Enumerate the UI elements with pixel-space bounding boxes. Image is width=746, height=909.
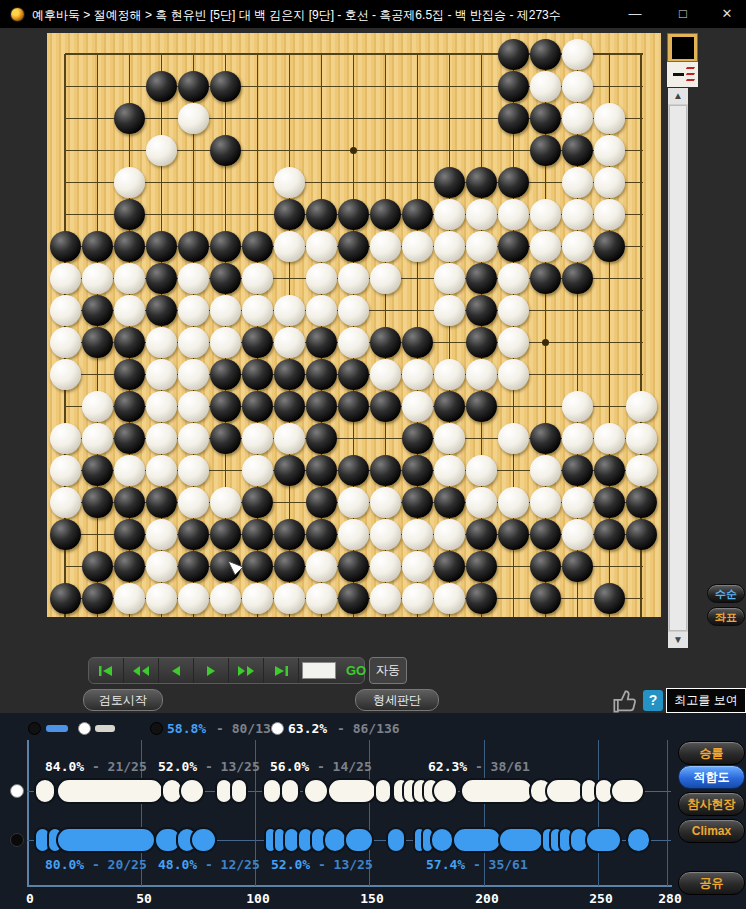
maximize-button[interactable]: □ [668, 4, 698, 24]
blue-move-capsule [498, 827, 544, 853]
black-stone [242, 487, 273, 518]
black-stone [402, 487, 433, 518]
black-stone [594, 583, 625, 614]
white-stone [562, 519, 593, 550]
black-stone [402, 423, 433, 454]
black-stone [82, 487, 113, 518]
black-stone [178, 71, 209, 102]
section-stat-label: 48.0% - 12/25 [158, 857, 260, 872]
board-scrollbar[interactable]: ▲ ▼ [668, 88, 688, 648]
white-stone [114, 263, 145, 294]
white-stone [402, 551, 433, 582]
white-stone [146, 327, 177, 358]
white-stone [466, 231, 497, 262]
white-stone [466, 487, 497, 518]
white-stone [50, 359, 81, 390]
first-move-button[interactable] [89, 658, 124, 683]
white-stone [114, 167, 145, 198]
black-stone [594, 519, 625, 550]
x-axis [27, 885, 672, 887]
black-stone [210, 135, 241, 166]
white-stone [50, 455, 81, 486]
white-move-capsule [34, 778, 56, 804]
black-stone [242, 359, 273, 390]
white-stone [114, 295, 145, 326]
turn-indicator [667, 33, 698, 62]
black-stone [306, 487, 337, 518]
black-stone [242, 391, 273, 422]
white-overall-frac: - 86/136 [337, 721, 400, 736]
black-stone [338, 391, 369, 422]
white-stone [146, 583, 177, 614]
black-stone [114, 391, 145, 422]
black-stone [210, 423, 241, 454]
white-stone [82, 263, 113, 294]
black-stone [402, 455, 433, 486]
white-stone [82, 391, 113, 422]
black-stone [178, 231, 209, 262]
section-stat-label: 80.0% - 20/25 [45, 857, 147, 872]
white-stone [594, 167, 625, 198]
scroll-up-icon[interactable]: ▲ [668, 88, 688, 104]
black-stone [114, 487, 145, 518]
black-stone [530, 103, 561, 134]
white-move-capsule [432, 778, 458, 804]
black-stone [306, 455, 337, 486]
black-stone [466, 295, 497, 326]
white-stone [434, 423, 465, 454]
black-stone [370, 199, 401, 230]
white-stone [50, 263, 81, 294]
black-overall-pct: 58.8% [167, 721, 206, 736]
white-stone [274, 167, 305, 198]
black-stone [370, 455, 401, 486]
black-stone [114, 519, 145, 550]
white-stone [498, 359, 529, 390]
white-stone [210, 295, 241, 326]
black-stone [626, 487, 657, 518]
black-stone [146, 231, 177, 262]
black-stone [370, 327, 401, 358]
white-stone [338, 295, 369, 326]
white-stone [274, 295, 305, 326]
black-stone [498, 167, 529, 198]
white-stone [562, 39, 593, 70]
star-point [542, 339, 549, 346]
white-stone [146, 423, 177, 454]
white-stone [498, 487, 529, 518]
position-judgment-button[interactable]: 형세판단 [355, 689, 439, 711]
x-tick-label: 200 [475, 891, 498, 906]
black-stone [338, 583, 369, 614]
section-stat-label: 52.0% - 13/25 [158, 759, 260, 774]
section-stat-label: 62.3% - 38/61 [428, 759, 530, 774]
help-button[interactable]: ? [643, 690, 663, 711]
blue-move-capsule [344, 827, 374, 853]
black-stone [210, 231, 241, 262]
white-stone [370, 583, 401, 614]
black-stone [466, 519, 497, 550]
white-stone [242, 583, 273, 614]
black-stone [82, 231, 113, 262]
blue-move-capsule [626, 827, 651, 853]
white-move-capsule [179, 778, 205, 804]
black-stone [498, 231, 529, 262]
white-stone [178, 391, 209, 422]
white-stone [562, 423, 593, 454]
chart-tab-scene[interactable]: 참사현장 [678, 792, 745, 816]
white-stone [498, 199, 529, 230]
white-stone [562, 71, 593, 102]
black-stone [338, 231, 369, 262]
chart-gridline [667, 740, 668, 886]
white-stone [178, 295, 209, 326]
black-stone [498, 39, 529, 70]
black-stone [146, 295, 177, 326]
white-stone [178, 263, 209, 294]
chart-tab-winrate[interactable]: 승률 [678, 741, 745, 765]
white-stone [434, 295, 465, 326]
white-stone [274, 231, 305, 262]
white-stone [338, 263, 369, 294]
white-stone [402, 231, 433, 262]
auto-play-button[interactable]: 자동 [369, 657, 407, 684]
white-stone [146, 455, 177, 486]
black-stone [434, 391, 465, 422]
white-stone [402, 359, 433, 390]
move-numbers-button[interactable]: 수순 [707, 584, 745, 603]
chart-gridline [598, 740, 599, 886]
white-stone [530, 455, 561, 486]
white-stone [562, 391, 593, 422]
white-legend-dot [271, 722, 284, 735]
window-title: 예후바둑 > 절예정해 > 흑 현유빈 [5단] 대 백 김은지 [9단] - … [32, 7, 561, 24]
black-stone [466, 391, 497, 422]
move-number-input[interactable] [302, 662, 336, 679]
white-stone [594, 135, 625, 166]
white-stone [242, 295, 273, 326]
black-stone [274, 455, 305, 486]
black-stone [338, 551, 369, 582]
black-stone [466, 327, 497, 358]
forward-button[interactable] [194, 658, 229, 683]
black-stone [114, 199, 145, 230]
white-overall-pct: 63.2% [288, 721, 327, 736]
white-stone [242, 263, 273, 294]
x-tick-label: 280 [658, 891, 681, 906]
white-stone [530, 71, 561, 102]
blue-move-capsule [386, 827, 406, 853]
black-stone [306, 391, 337, 422]
black-stone [402, 199, 433, 230]
black-stone [338, 199, 369, 230]
white-stone [146, 135, 177, 166]
white-stone [498, 263, 529, 294]
white-stone [306, 583, 337, 614]
black-stone [594, 487, 625, 518]
black-stone [210, 391, 241, 422]
white-move-capsule [230, 778, 248, 804]
black-to-move-icon [672, 37, 694, 59]
blue-move-capsule [56, 827, 156, 853]
board-area: ▲ ▼ 수순 좌표 G [0, 28, 746, 713]
white-stone [370, 519, 401, 550]
close-button[interactable]: ✕ [712, 4, 742, 24]
black-stone [626, 519, 657, 550]
black-stone [242, 231, 273, 262]
white-stone [370, 359, 401, 390]
x-tick-label: 250 [589, 891, 612, 906]
white-stone [434, 583, 465, 614]
white-stone [210, 583, 241, 614]
go-board[interactable] [47, 33, 661, 617]
chart-tab-climax[interactable]: Climax [678, 819, 745, 843]
x-tick-label: 0 [26, 891, 34, 906]
white-stone [178, 455, 209, 486]
blue-move-capsule [452, 827, 502, 853]
black-stone [594, 231, 625, 262]
white-stone [434, 231, 465, 262]
black-stone [210, 519, 241, 550]
blue-move-capsule [430, 827, 454, 853]
black-stone [562, 455, 593, 486]
white-move-capsule [610, 778, 645, 804]
chart-tab-fitness[interactable]: 적합도 [678, 765, 745, 789]
white-stone [274, 327, 305, 358]
white-stone [498, 327, 529, 358]
white-stone [274, 583, 305, 614]
white-stone [178, 359, 209, 390]
black-stone [530, 39, 561, 70]
minimize-button[interactable]: — [620, 4, 650, 24]
white-stone [402, 519, 433, 550]
black-row-dot [10, 833, 24, 847]
white-stone [178, 423, 209, 454]
white-stone [562, 103, 593, 134]
x-tick-label: 150 [360, 891, 383, 906]
black-stone [562, 551, 593, 582]
app-window: 예후바둑 > 절예정해 > 흑 현유빈 [5단] 대 백 김은지 [9단] - … [0, 0, 746, 909]
white-stone [594, 103, 625, 134]
white-stone [434, 359, 465, 390]
black-stone [594, 455, 625, 486]
title-bar: 예후바둑 > 절예정해 > 흑 현유빈 [5단] 대 백 김은지 [9단] - … [0, 0, 746, 28]
white-stone [434, 263, 465, 294]
black-stone [274, 519, 305, 550]
white-stone [434, 455, 465, 486]
white-stone [242, 455, 273, 486]
white-stone [306, 231, 337, 262]
black-stone [530, 519, 561, 550]
black-stone [274, 359, 305, 390]
section-stat-label: 52.0% - 13/25 [271, 857, 373, 872]
white-stone [82, 423, 113, 454]
white-legend-dot [78, 722, 91, 735]
black-stone [370, 391, 401, 422]
blue-move-capsule [190, 827, 217, 853]
black-stone [274, 199, 305, 230]
white-stone [50, 295, 81, 326]
white-stone [434, 199, 465, 230]
white-stone [530, 199, 561, 230]
white-move-capsule [303, 778, 329, 804]
black-stone [306, 359, 337, 390]
white-stone [626, 455, 657, 486]
white-stone [402, 391, 433, 422]
red-annotation-icon [686, 65, 696, 69]
white-stone [402, 583, 433, 614]
black-stone [306, 423, 337, 454]
white-stone [114, 583, 145, 614]
fast-rewind-button[interactable] [124, 658, 159, 683]
black-stone [562, 263, 593, 294]
white-stone [50, 423, 81, 454]
capture-tile [667, 62, 698, 87]
black-stone [466, 551, 497, 582]
black-stone [178, 519, 209, 550]
black-stone [530, 423, 561, 454]
white-move-capsule [545, 778, 585, 804]
go-button[interactable]: GO [340, 663, 372, 678]
black-stone [466, 167, 497, 198]
white-stone [530, 231, 561, 262]
black-legend-dot [28, 722, 41, 735]
blue-legend-bar [46, 725, 68, 732]
white-stone [594, 423, 625, 454]
black-stone [114, 359, 145, 390]
black-stone [274, 391, 305, 422]
black-stone [50, 519, 81, 550]
white-stone [210, 487, 241, 518]
white-stone [466, 359, 497, 390]
back-button[interactable] [159, 658, 194, 683]
black-stone [402, 327, 433, 358]
capture-dash [673, 73, 684, 76]
coordinates-button[interactable]: 좌표 [707, 607, 745, 626]
white-stone [274, 423, 305, 454]
white-move-capsule [280, 778, 300, 804]
white-stone [146, 551, 177, 582]
white-stone [50, 327, 81, 358]
white-row-dot [10, 784, 24, 798]
scrollbar-thumb[interactable] [669, 105, 687, 631]
black-stone [434, 551, 465, 582]
black-stone [434, 167, 465, 198]
white-stone [562, 231, 593, 262]
white-stone [210, 327, 241, 358]
black-stone [210, 359, 241, 390]
grid-line [65, 182, 643, 183]
white-stone [370, 231, 401, 262]
section-stat-label: 57.4% - 35/61 [426, 857, 528, 872]
white-stone [306, 295, 337, 326]
white-stone [370, 551, 401, 582]
x-tick-label: 100 [246, 891, 269, 906]
start-review-button[interactable]: 검토시작 [83, 689, 163, 711]
white-stone [626, 391, 657, 422]
y-axis [27, 740, 29, 886]
black-stone [114, 231, 145, 262]
white-stone [370, 487, 401, 518]
black-stone [210, 71, 241, 102]
black-stone [146, 263, 177, 294]
white-stone [562, 487, 593, 518]
black-stone [210, 263, 241, 294]
black-stone [82, 455, 113, 486]
white-move-capsule [262, 778, 282, 804]
black-stone [50, 583, 81, 614]
section-stat-label: 84.0% - 21/25 [45, 759, 147, 774]
white-stone [146, 391, 177, 422]
black-stone [274, 551, 305, 582]
white-stone [370, 263, 401, 294]
white-stone [434, 519, 465, 550]
white-move-capsule [327, 778, 377, 804]
black-stone [114, 103, 145, 134]
white-stone [178, 583, 209, 614]
black-stone [466, 263, 497, 294]
white-stone [146, 359, 177, 390]
scroll-down-icon[interactable]: ▼ [668, 632, 688, 648]
white-stone [114, 455, 145, 486]
white-stone [498, 423, 529, 454]
white-stone [562, 199, 593, 230]
black-stone [82, 327, 113, 358]
black-stone [530, 135, 561, 166]
black-stone [178, 551, 209, 582]
white-move-capsule [374, 778, 392, 804]
white-stone [626, 423, 657, 454]
transport-bar: GO [88, 657, 365, 684]
white-stone [338, 487, 369, 518]
black-overall-frac: - 80/136 [216, 721, 279, 736]
chart-tab-share[interactable]: 공유 [678, 871, 745, 895]
black-stone [306, 327, 337, 358]
white-stone [306, 551, 337, 582]
white-stone [50, 487, 81, 518]
white-stone [562, 167, 593, 198]
black-stone [82, 551, 113, 582]
black-stone [530, 583, 561, 614]
black-stone [466, 583, 497, 614]
white-move-capsule [56, 778, 164, 804]
section-stat-label: 56.0% - 14/25 [270, 759, 372, 774]
white-stone [498, 295, 529, 326]
black-stone [114, 551, 145, 582]
black-stone [530, 551, 561, 582]
black-stone [114, 423, 145, 454]
match-rate-chart: 58.8% - 80/136 63.2% - 86/136 0501001502… [0, 713, 746, 909]
white-stone [178, 327, 209, 358]
black-stone [242, 551, 273, 582]
black-stone [530, 263, 561, 294]
white-stone [146, 519, 177, 550]
fast-forward-button[interactable] [229, 658, 264, 683]
black-legend-dot [150, 722, 163, 735]
show-best-button[interactable]: 최고를 보여 [666, 688, 746, 713]
black-stone [338, 359, 369, 390]
white-stone [242, 423, 273, 454]
mouse-cursor-icon [227, 560, 245, 582]
app-icon [10, 7, 25, 22]
last-move-button[interactable] [264, 658, 299, 683]
white-stone [178, 487, 209, 518]
black-stone [306, 199, 337, 230]
white-stone [594, 199, 625, 230]
white-stone [338, 519, 369, 550]
red-annotation-icon [686, 71, 696, 75]
thumbs-up-icon[interactable] [612, 688, 640, 714]
